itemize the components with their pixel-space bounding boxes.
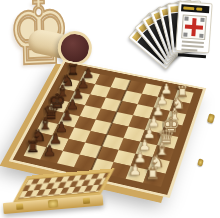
latch-icon (48, 199, 59, 208)
card-header (181, 4, 209, 13)
card-text-line (182, 44, 204, 48)
card-text-line (181, 48, 197, 51)
hinge-icon (16, 203, 23, 210)
product-photo: { "game": "chess", "title": "Folding woo… (0, 0, 220, 218)
hinge-icon (83, 198, 90, 205)
white-pawn: ♟ (126, 160, 144, 180)
cross-movement-diagram-icon (181, 14, 207, 40)
square-a1: ♜ (143, 170, 165, 187)
white-rook: ♜ (144, 164, 162, 184)
black-rook: ♜ (24, 138, 42, 158)
black-pawn: ♟ (41, 141, 59, 161)
card-front-movement (175, 1, 212, 53)
card-text-line (182, 40, 204, 44)
square-a6 (57, 151, 80, 167)
